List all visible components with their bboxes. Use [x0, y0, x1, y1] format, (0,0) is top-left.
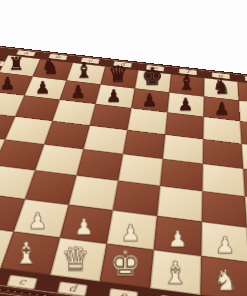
- square-e4: [118, 154, 163, 186]
- square-g5: [203, 139, 243, 169]
- board-squares: ♜♞♝♛♚♝♞♜♟♟♟♟♟♟♟♟♟♟♟♟♟♟♟♟♜♞♝♛♚♝♞♜: [0, 55, 247, 296]
- square-d5: [83, 125, 127, 154]
- black-knight: ♞: [204, 77, 239, 97]
- square-e5: [123, 130, 165, 159]
- square-g3: [202, 191, 247, 227]
- square-e6: [127, 108, 167, 134]
- square-e1: ♚: [100, 244, 154, 288]
- black-king: ♚: [135, 65, 170, 89]
- file-label: e: [146, 65, 165, 72]
- square-f5: [163, 135, 203, 164]
- scene: abcdefgh abcdefgh 87654321 87654321 ♜♞♝♛…: [0, 0, 247, 296]
- square-e2: ♟: [107, 210, 157, 250]
- black-pawn: ♟: [167, 96, 203, 113]
- white-pawn: ♟: [201, 234, 247, 257]
- square-c4: [35, 144, 83, 175]
- file-label: a: [16, 50, 36, 56]
- black-pawn: ♟: [25, 79, 61, 96]
- white-pawn: ♟: [0, 204, 15, 226]
- white-king: ♚: [100, 247, 150, 282]
- black-pawn: ♟: [240, 104, 247, 121]
- file-label: e: [109, 288, 139, 296]
- chess-board: abcdefgh abcdefgh 87654321 87654321 ♜♞♝♛…: [0, 45, 247, 296]
- file-label: d: [57, 281, 87, 296]
- square-d6: [90, 104, 132, 130]
- square-b4: [0, 140, 44, 171]
- white-bishop: ♝: [150, 258, 201, 288]
- black-pawn: ♟: [131, 92, 167, 109]
- white-pawn: ♟: [14, 210, 61, 232]
- square-h6: [240, 121, 247, 148]
- square-d1: ♛: [50, 238, 107, 282]
- black-pawn: ♟: [96, 87, 132, 104]
- square-f1: ♝: [150, 250, 201, 295]
- square-c7: ♟: [60, 80, 101, 104]
- file-label: c: [7, 274, 38, 289]
- chess-set-product-photo: abcdefgh abcdefgh 87654321 87654321 ♜♞♝♛…: [0, 0, 247, 296]
- black-rook: ♜: [0, 55, 34, 73]
- white-knight: ♞: [201, 266, 247, 295]
- file-label: c: [81, 57, 100, 64]
- file-label: g: [212, 72, 230, 79]
- white-pawn: ♟: [107, 222, 154, 244]
- white-pawn: ♟: [154, 228, 201, 251]
- black-pawn: ♟: [60, 83, 96, 100]
- white-pawn: ♟: [60, 216, 107, 238]
- black-bishop: ♝: [67, 60, 101, 81]
- black-queen: ♛: [101, 63, 135, 85]
- white-bishop: ♝: [1, 239, 51, 269]
- square-e7: ♟: [131, 88, 169, 112]
- black-rook: ♜: [239, 83, 247, 101]
- file-label: f: [179, 68, 197, 75]
- white-knight: ♞: [0, 234, 2, 263]
- square-h3: [245, 196, 247, 233]
- square-c5: [44, 121, 90, 149]
- square-g1: ♞: [201, 256, 247, 296]
- white-queen: ♛: [51, 243, 101, 276]
- black-pawn: ♟: [0, 75, 25, 92]
- file-label: b: [48, 53, 67, 60]
- black-bishop: ♝: [169, 72, 204, 93]
- black-pawn: ♟: [204, 100, 240, 117]
- file-label: d: [113, 61, 132, 68]
